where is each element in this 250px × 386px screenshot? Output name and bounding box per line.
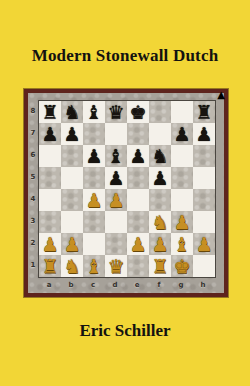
square-h2: ♟ xyxy=(193,233,215,255)
square-h1 xyxy=(193,255,215,277)
square-c7 xyxy=(83,123,105,145)
square-d1: ♛ xyxy=(105,255,127,277)
white-knight-b1: ♞ xyxy=(63,255,80,277)
black-bishop-c8: ♝ xyxy=(85,101,102,123)
black-king-e8: ♚ xyxy=(129,101,146,123)
square-e7 xyxy=(127,123,149,145)
black-bishop-d6: ♝ xyxy=(107,145,124,167)
file-label-c: c xyxy=(82,278,104,291)
square-f4 xyxy=(149,189,171,211)
white-pawn-d4: ♟ xyxy=(107,189,124,211)
square-b1: ♞ xyxy=(61,255,83,277)
file-label-d: d xyxy=(104,278,126,291)
file-label-h: h xyxy=(192,278,214,291)
to-move-triangle-icon: ▲ xyxy=(217,90,225,100)
square-f5: ♟ xyxy=(149,167,171,189)
black-knight-f6: ♞ xyxy=(151,145,168,167)
square-g6 xyxy=(171,145,193,167)
square-a4 xyxy=(39,189,61,211)
square-g2: ♝ xyxy=(171,233,193,255)
square-f6: ♞ xyxy=(149,145,171,167)
file-label-g: g xyxy=(170,278,192,291)
black-pawn-f5: ♟ xyxy=(151,167,168,189)
rank-label-2: 2 xyxy=(28,232,38,254)
file-label-e: e xyxy=(126,278,148,291)
rank-label-5: 5 xyxy=(28,166,38,188)
file-label-b: b xyxy=(60,278,82,291)
board-squares: ♜♞♝♛♚♜♟♟♟♟♟♝♟♞♟♟♟♟♞♟♟♟♟♟♝♟♜♞♝♛♜♚ xyxy=(38,100,216,278)
square-c4: ♟ xyxy=(83,189,105,211)
file-label-f: f xyxy=(148,278,170,291)
square-b5 xyxy=(61,167,83,189)
chess-board: ▲ 87654321 ♜♞♝♛♚♜♟♟♟♟♟♝♟♞♟♟♟♟♞♟♟♟♟♟♝♟♜♞♝… xyxy=(24,89,228,297)
square-a2: ♟ xyxy=(39,233,61,255)
white-knight-f3: ♞ xyxy=(151,211,168,233)
white-queen-d1: ♛ xyxy=(107,255,124,277)
square-f2: ♟ xyxy=(149,233,171,255)
square-b4 xyxy=(61,189,83,211)
white-bishop-g2: ♝ xyxy=(173,233,190,255)
square-c5 xyxy=(83,167,105,189)
square-a5 xyxy=(39,167,61,189)
square-b6 xyxy=(61,145,83,167)
white-pawn-a2: ♟ xyxy=(41,233,58,255)
white-pawn-g3: ♟ xyxy=(173,211,190,233)
square-e1 xyxy=(127,255,149,277)
square-g5 xyxy=(171,167,193,189)
square-d4: ♟ xyxy=(105,189,127,211)
square-c3 xyxy=(83,211,105,233)
square-a7: ♟ xyxy=(39,123,61,145)
black-pawn-c6: ♟ xyxy=(85,145,102,167)
white-rook-a1: ♜ xyxy=(41,255,58,277)
square-a8: ♜ xyxy=(39,101,61,123)
white-pawn-f2: ♟ xyxy=(151,233,168,255)
white-king-g1: ♚ xyxy=(173,255,190,277)
square-h6 xyxy=(193,145,215,167)
square-h8: ♜ xyxy=(193,101,215,123)
square-e4 xyxy=(127,189,149,211)
square-d8: ♛ xyxy=(105,101,127,123)
square-e3 xyxy=(127,211,149,233)
square-e8: ♚ xyxy=(127,101,149,123)
black-pawn-h7: ♟ xyxy=(195,123,212,145)
black-rook-h8: ♜ xyxy=(195,101,212,123)
square-f3: ♞ xyxy=(149,211,171,233)
black-pawn-e6: ♟ xyxy=(129,145,146,167)
white-pawn-b2: ♟ xyxy=(63,233,80,255)
author-name: Eric Schiller xyxy=(0,321,250,341)
square-g8 xyxy=(171,101,193,123)
square-a6 xyxy=(39,145,61,167)
square-g4 xyxy=(171,189,193,211)
rank-label-3: 3 xyxy=(28,210,38,232)
square-d7 xyxy=(105,123,127,145)
square-a3 xyxy=(39,211,61,233)
book-cover: Modern Stonewall Dutch ▲ 87654321 ♜♞♝♛♚♜… xyxy=(0,0,250,386)
white-rook-f1: ♜ xyxy=(151,255,168,277)
square-e2: ♟ xyxy=(127,233,149,255)
square-b2: ♟ xyxy=(61,233,83,255)
square-h4 xyxy=(193,189,215,211)
square-h5 xyxy=(193,167,215,189)
white-pawn-c4: ♟ xyxy=(85,189,102,211)
square-f7 xyxy=(149,123,171,145)
black-pawn-b7: ♟ xyxy=(63,123,80,145)
square-g7: ♟ xyxy=(171,123,193,145)
square-e5 xyxy=(127,167,149,189)
square-b3 xyxy=(61,211,83,233)
square-f1: ♜ xyxy=(149,255,171,277)
square-d6: ♝ xyxy=(105,145,127,167)
black-pawn-g7: ♟ xyxy=(173,123,190,145)
square-g1: ♚ xyxy=(171,255,193,277)
square-e6: ♟ xyxy=(127,145,149,167)
rank-label-8: 8 xyxy=(28,100,38,122)
square-c1: ♝ xyxy=(83,255,105,277)
square-b8: ♞ xyxy=(61,101,83,123)
square-c2 xyxy=(83,233,105,255)
square-g3: ♟ xyxy=(171,211,193,233)
rank-label-7: 7 xyxy=(28,122,38,144)
rank-label-1: 1 xyxy=(28,254,38,276)
square-b7: ♟ xyxy=(61,123,83,145)
file-labels: abcdefgh xyxy=(38,278,216,291)
white-pawn-h2: ♟ xyxy=(195,233,212,255)
white-bishop-c1: ♝ xyxy=(85,255,102,277)
square-f8 xyxy=(149,101,171,123)
square-h3 xyxy=(193,211,215,233)
square-h7: ♟ xyxy=(193,123,215,145)
black-knight-b8: ♞ xyxy=(63,101,80,123)
black-rook-a8: ♜ xyxy=(41,101,58,123)
rank-label-6: 6 xyxy=(28,144,38,166)
black-pawn-a7: ♟ xyxy=(41,123,58,145)
black-queen-d8: ♛ xyxy=(107,101,124,123)
square-a1: ♜ xyxy=(39,255,61,277)
book-title: Modern Stonewall Dutch xyxy=(0,46,250,66)
file-label-a: a xyxy=(38,278,60,291)
square-c8: ♝ xyxy=(83,101,105,123)
black-pawn-d5: ♟ xyxy=(107,167,124,189)
square-d2 xyxy=(105,233,127,255)
square-d3 xyxy=(105,211,127,233)
white-pawn-e2: ♟ xyxy=(129,233,146,255)
square-d5: ♟ xyxy=(105,167,127,189)
rank-labels: 87654321 xyxy=(28,100,38,278)
square-c6: ♟ xyxy=(83,145,105,167)
rank-label-4: 4 xyxy=(28,188,38,210)
